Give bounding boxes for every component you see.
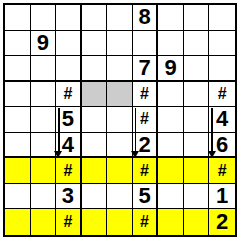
cell-r2c7 (158, 31, 184, 57)
cell-r2c2: 9 (31, 31, 57, 57)
cell-r3c2 (31, 56, 57, 82)
cell-r7c5 (107, 158, 133, 184)
cell-r6c2 (31, 133, 57, 159)
cell-r6c3: 4 (56, 133, 82, 159)
cell-r7c8 (184, 158, 210, 184)
cell-r4c8 (184, 82, 210, 108)
cell-r5c4 (82, 107, 108, 133)
cell-r2c3 (56, 31, 82, 57)
cell-r2c4 (82, 31, 108, 57)
cell-r5c3: 5 (56, 107, 82, 133)
cell-r4c7 (158, 82, 184, 108)
cell-r8c4 (82, 184, 108, 210)
cell-r6c4 (82, 133, 108, 159)
sudoku-grid: 8979###5#4426###351##2 (5, 5, 235, 235)
cell-r3c5 (107, 56, 133, 82)
cell-r5c7 (158, 107, 184, 133)
cell-r3c3 (56, 56, 82, 82)
cell-r2c9 (209, 31, 235, 57)
cell-r6c5 (107, 133, 133, 159)
cell-r4c1 (5, 82, 31, 108)
cell-r7c3: # (56, 158, 82, 184)
cell-r9c3: # (56, 209, 82, 235)
cell-r1c3 (56, 5, 82, 31)
cell-r4c2 (31, 82, 57, 108)
cell-r1c2 (31, 5, 57, 31)
cell-r8c2 (31, 184, 57, 210)
cell-r9c9: 2 (209, 209, 235, 235)
cell-r2c6 (133, 31, 159, 57)
cell-r9c4 (82, 209, 108, 235)
cell-r6c9: 6 (209, 133, 235, 159)
cell-r4c9: # (209, 82, 235, 108)
cell-r3c9 (209, 56, 235, 82)
cell-r3c1 (5, 56, 31, 82)
cell-r5c6: # (133, 107, 159, 133)
cell-r6c1 (5, 133, 31, 159)
cell-r8c5 (107, 184, 133, 210)
cell-r1c6: 8 (133, 5, 159, 31)
cell-r4c6: # (133, 82, 159, 108)
cell-r5c5 (107, 107, 133, 133)
cell-r5c1 (5, 107, 31, 133)
cell-r5c9: 4 (209, 107, 235, 133)
cell-r6c8 (184, 133, 210, 159)
cell-r9c6: # (133, 209, 159, 235)
cell-r2c5 (107, 31, 133, 57)
cell-r7c9: # (209, 158, 235, 184)
cell-r1c4 (82, 5, 108, 31)
cell-r9c5 (107, 209, 133, 235)
cell-r8c7 (158, 184, 184, 210)
cell-r1c1 (5, 5, 31, 31)
cell-r9c7 (158, 209, 184, 235)
sudoku-board: 8979###5#4426###351##2 (3, 3, 237, 237)
cell-r7c1 (5, 158, 31, 184)
cell-r9c2 (31, 209, 57, 235)
cell-r7c7 (158, 158, 184, 184)
cell-r3c6: 7 (133, 56, 159, 82)
cell-r7c6: # (133, 158, 159, 184)
cell-r9c8 (184, 209, 210, 235)
cell-r7c4 (82, 158, 108, 184)
cell-r8c1 (5, 184, 31, 210)
cell-r5c8 (184, 107, 210, 133)
cell-r3c4 (82, 56, 108, 82)
cell-r2c8 (184, 31, 210, 57)
cell-r8c8 (184, 184, 210, 210)
cell-r4c5 (107, 82, 133, 108)
cell-r1c7 (158, 5, 184, 31)
cell-r7c2 (31, 158, 57, 184)
cell-r1c8 (184, 5, 210, 31)
cell-r5c2 (31, 107, 57, 133)
cell-r2c1 (5, 31, 31, 57)
cell-r9c1 (5, 209, 31, 235)
cell-r8c3: 3 (56, 184, 82, 210)
cell-r8c9: 1 (209, 184, 235, 210)
cell-r4c3: # (56, 82, 82, 108)
cell-r1c5 (107, 5, 133, 31)
cell-r6c6: 2 (133, 133, 159, 159)
cell-r3c7: 9 (158, 56, 184, 82)
cell-r1c9 (209, 5, 235, 31)
cell-r3c8 (184, 56, 210, 82)
cell-r6c7 (158, 133, 184, 159)
cell-r4c4 (82, 82, 108, 108)
cell-r8c6: 5 (133, 184, 159, 210)
